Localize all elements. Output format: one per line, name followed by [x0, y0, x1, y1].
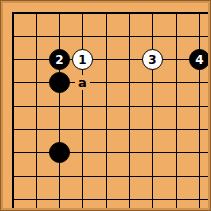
grid-line-vertical-8 [176, 12, 177, 211]
grid-line-horizontal-2 [12, 36, 211, 37]
grid-line-vertical-6 [129, 12, 130, 211]
grid-line-horizontal-9 [12, 199, 211, 200]
move-4-black-stone-c9-r3: 4 [189, 49, 210, 70]
move-1-white-stone-c4-r3: 1 [72, 49, 93, 70]
grid-line-horizontal-6 [12, 129, 211, 130]
grid-line-horizontal-3 [12, 59, 211, 60]
grid-line-vertical-4 [82, 12, 83, 211]
move-2-black-stone-c3-r3: 2 [49, 49, 70, 70]
grid-line-horizontal-7 [12, 152, 211, 153]
grid-line-vertical-9 [199, 12, 200, 211]
go-board: 2134a [0, 0, 211, 211]
grid-line-horizontal-1 [12, 12, 211, 14]
grid-line-horizontal-4 [12, 82, 211, 83]
grid-line-vertical-3 [59, 12, 60, 211]
grid-line-vertical-5 [106, 12, 107, 211]
point-label-a: a [75, 75, 90, 90]
black-stone-c3-r7 [49, 142, 70, 163]
move-3-white-stone-c7-r3: 3 [142, 49, 163, 70]
grid-line-horizontal-8 [12, 176, 211, 177]
black-stone-c3-r4 [49, 72, 70, 93]
grid-line-vertical-7 [152, 12, 153, 211]
grid-line-horizontal-5 [12, 106, 211, 107]
grid-line-vertical-1 [12, 12, 14, 211]
grid-line-vertical-2 [36, 12, 37, 211]
